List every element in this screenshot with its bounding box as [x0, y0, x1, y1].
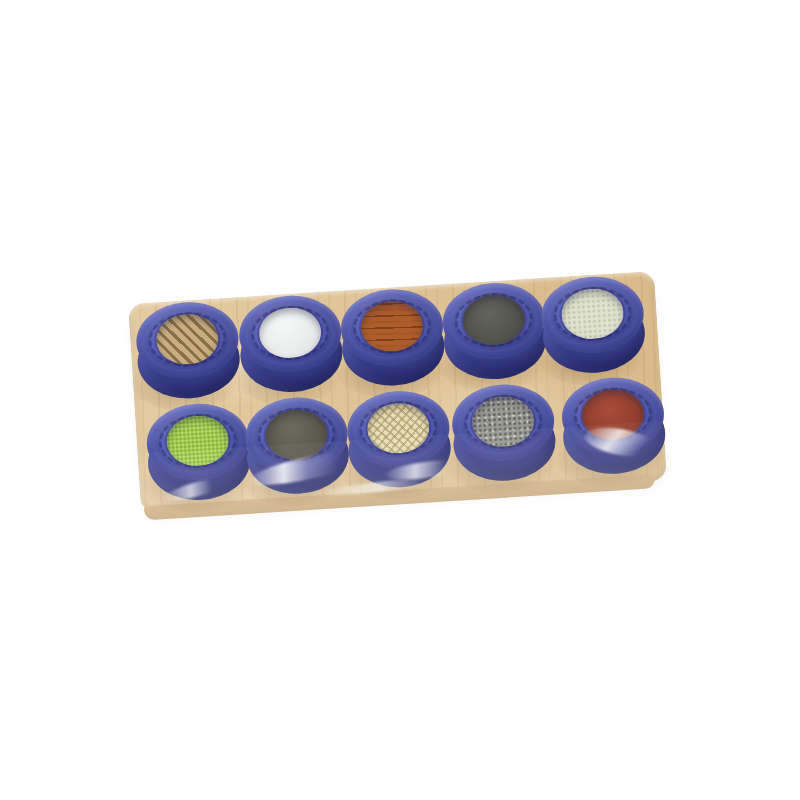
- texture-piece-dark-gray-sandpaper[interactable]: [441, 280, 549, 382]
- texture-piece-gray-carpet[interactable]: [450, 382, 558, 484]
- texture-piece-green-fabric[interactable]: [145, 401, 253, 503]
- tray-recess: [243, 393, 352, 503]
- tray-recess: [549, 373, 658, 483]
- wooden-tray: [128, 271, 667, 514]
- tray-recess: [140, 399, 249, 509]
- texture-piece-cream-basket-weave[interactable]: [345, 388, 453, 490]
- texture-piece-wood-grain[interactable]: [339, 286, 447, 388]
- texture-board-grid: [134, 271, 658, 509]
- texture-piece-burlap-weave[interactable]: [134, 299, 242, 401]
- tray-recess: [543, 271, 652, 379]
- product-photo: [0, 0, 800, 800]
- texture-piece-cream-foam[interactable]: [539, 274, 647, 376]
- tray-recess: [134, 297, 243, 405]
- texture-piece-red-sandpaper[interactable]: [559, 375, 667, 477]
- tray-recess: [441, 278, 550, 386]
- tray-recess: [447, 380, 556, 490]
- texture-piece-olive-sandpaper[interactable]: [243, 395, 351, 497]
- tray-recess: [236, 291, 345, 399]
- tray-recess: [345, 386, 454, 496]
- tray-recess: [338, 284, 447, 392]
- texture-piece-white-fleece[interactable]: [237, 293, 345, 395]
